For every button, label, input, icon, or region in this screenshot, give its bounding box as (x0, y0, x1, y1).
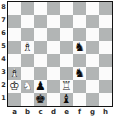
square-a2[interactable]: ♚♔ (8, 80, 21, 93)
square-h4[interactable] (99, 54, 112, 67)
square-b2[interactable]: ♞♘ (21, 80, 34, 93)
piece-black-knight[interactable]: ♞ (73, 67, 86, 80)
file-label-a: a (8, 107, 21, 117)
piece-black-king[interactable]: ♚ (34, 93, 47, 106)
square-g7[interactable] (86, 15, 99, 28)
square-g4[interactable] (86, 54, 99, 67)
square-f5[interactable]: ♞ (73, 41, 86, 54)
square-b5[interactable]: ♝♗ (21, 41, 34, 54)
file-label-b: b (21, 107, 34, 117)
square-h6[interactable] (99, 28, 112, 41)
square-c6[interactable] (34, 28, 47, 41)
square-c5[interactable] (34, 41, 47, 54)
knight-glyph: ♘ (21, 80, 34, 93)
square-h8[interactable] (99, 2, 112, 15)
file-label-c: c (34, 107, 47, 117)
square-g6[interactable] (86, 28, 99, 41)
square-e5[interactable] (60, 41, 73, 54)
square-e8[interactable] (60, 2, 73, 15)
square-d3[interactable] (47, 67, 60, 80)
square-d5[interactable] (47, 41, 60, 54)
file-label-d: d (47, 107, 60, 117)
rank-label-4: 4 (0, 53, 7, 66)
rank-label-3: 3 (0, 66, 7, 79)
square-h1[interactable] (99, 93, 112, 106)
rank-label-5: 5 (0, 40, 7, 53)
square-a6[interactable] (8, 28, 21, 41)
square-g1[interactable] (86, 93, 99, 106)
file-labels: abcdefgh (8, 107, 112, 117)
square-h3[interactable] (99, 67, 112, 80)
square-a5[interactable] (8, 41, 21, 54)
square-e4[interactable] (60, 54, 73, 67)
square-b1[interactable] (21, 93, 34, 106)
rank-label-7: 7 (0, 14, 7, 27)
chess-board: ♝♗♞♝♗♞♚♔♞♘♟♜♖♚♝ (7, 1, 113, 107)
square-a8[interactable] (8, 2, 21, 15)
square-c8[interactable] (34, 2, 47, 15)
chess-diagram: 87654321 ♝♗♞♝♗♞♚♔♞♘♟♜♖♚♝ abcdefgh (0, 0, 118, 118)
square-d7[interactable] (47, 15, 60, 28)
square-b4[interactable] (21, 54, 34, 67)
rank-label-2: 2 (0, 79, 7, 92)
file-label-e: e (60, 107, 73, 117)
file-label-f: f (73, 107, 86, 117)
square-d6[interactable] (47, 28, 60, 41)
piece-white-knight[interactable]: ♞♘ (21, 80, 34, 93)
square-h5[interactable] (99, 41, 112, 54)
square-g5[interactable] (86, 41, 99, 54)
square-g8[interactable] (86, 2, 99, 15)
square-g3[interactable] (86, 67, 99, 80)
square-d2[interactable] (47, 80, 60, 93)
square-h2[interactable] (99, 80, 112, 93)
square-f8[interactable] (73, 2, 86, 15)
square-b8[interactable] (21, 2, 34, 15)
king-glyph: ♚ (34, 93, 47, 106)
bishop-glyph: ♗ (21, 41, 34, 54)
square-f3[interactable]: ♞ (73, 67, 86, 80)
square-d4[interactable] (47, 54, 60, 67)
piece-black-knight[interactable]: ♞ (73, 41, 86, 54)
square-e6[interactable] (60, 28, 73, 41)
square-c1[interactable]: ♚ (34, 93, 47, 106)
piece-white-king[interactable]: ♚♔ (8, 80, 21, 93)
square-c4[interactable] (34, 54, 47, 67)
piece-black-bishop[interactable]: ♝ (60, 93, 73, 106)
file-label-g: g (86, 107, 99, 117)
square-f7[interactable] (73, 15, 86, 28)
rank-labels: 87654321 (0, 1, 7, 107)
square-a7[interactable] (8, 15, 21, 28)
square-d8[interactable] (47, 2, 60, 15)
knight-glyph: ♞ (73, 67, 86, 80)
square-c7[interactable] (34, 15, 47, 28)
file-label-h: h (99, 107, 112, 117)
rank-label-8: 8 (0, 1, 7, 14)
square-a1[interactable] (8, 93, 21, 106)
square-d1[interactable] (47, 93, 60, 106)
square-b7[interactable] (21, 15, 34, 28)
square-f1[interactable] (73, 93, 86, 106)
king-glyph: ♔ (8, 80, 21, 93)
rank-label-1: 1 (0, 92, 7, 105)
bishop-glyph: ♝ (60, 93, 73, 106)
square-e1[interactable]: ♝ (60, 93, 73, 106)
knight-glyph: ♞ (73, 41, 86, 54)
square-h7[interactable] (99, 15, 112, 28)
square-f2[interactable] (73, 80, 86, 93)
square-e7[interactable] (60, 15, 73, 28)
rank-label-6: 6 (0, 27, 7, 40)
piece-white-bishop[interactable]: ♝♗ (21, 41, 34, 54)
square-g2[interactable] (86, 80, 99, 93)
